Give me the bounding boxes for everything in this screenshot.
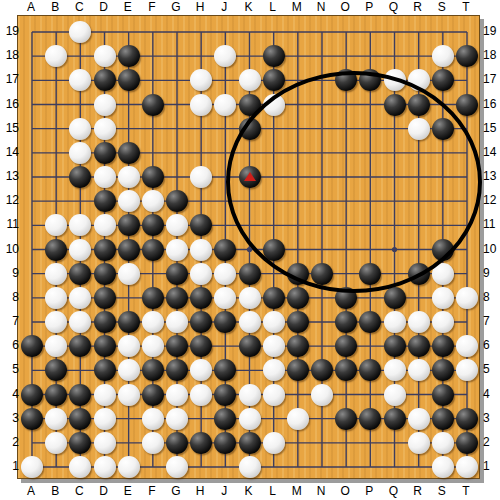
stone-black-E14[interactable]: [118, 142, 140, 164]
stone-black-E17[interactable]: [118, 69, 140, 91]
col-label-bottom-C: C: [67, 484, 91, 498]
col-label-bottom-K: K: [237, 484, 261, 498]
stone-black-J2[interactable]: [214, 432, 236, 454]
stone-white-S18[interactable]: [432, 45, 454, 67]
stone-black-F13[interactable]: [142, 166, 164, 188]
stone-black-F8[interactable]: [142, 287, 164, 309]
stone-black-J4[interactable]: [214, 384, 236, 406]
stone-black-D9[interactable]: [94, 263, 116, 285]
row-label-left-17: 17: [1, 72, 19, 86]
stone-black-T18[interactable]: [456, 45, 478, 67]
col-label-bottom-B: B: [43, 484, 67, 498]
stone-white-J8[interactable]: [214, 287, 236, 309]
stone-black-H2[interactable]: [190, 432, 212, 454]
stone-white-J16[interactable]: [214, 94, 236, 116]
row-label-left-18: 18: [1, 48, 19, 62]
last-move-triangle-marker-K13: [244, 172, 256, 181]
row-label-left-5: 5: [1, 362, 19, 376]
stone-white-S8[interactable]: [432, 287, 454, 309]
stone-black-Q3[interactable]: [384, 408, 406, 430]
stone-white-L16[interactable]: [263, 94, 285, 116]
stone-black-K2[interactable]: [239, 432, 261, 454]
stone-black-C2[interactable]: [69, 432, 91, 454]
stone-black-L18[interactable]: [263, 45, 285, 67]
stone-black-S3[interactable]: [432, 408, 454, 430]
stone-white-L2[interactable]: [263, 432, 285, 454]
col-label-top-T: T: [454, 0, 478, 14]
col-label-bottom-F: F: [140, 484, 164, 498]
row-label-right-4: 4: [483, 387, 500, 401]
stone-white-G1[interactable]: [166, 456, 188, 478]
stone-black-K16[interactable]: [239, 94, 261, 116]
stone-black-G6[interactable]: [166, 335, 188, 357]
stone-black-G12[interactable]: [166, 190, 188, 212]
col-label-bottom-J: J: [212, 484, 236, 498]
row-label-right-7: 7: [483, 314, 500, 328]
stone-black-O8[interactable]: [335, 287, 357, 309]
stone-white-G4[interactable]: [166, 384, 188, 406]
stone-white-T1[interactable]: [456, 456, 478, 478]
stone-black-O3[interactable]: [335, 408, 357, 430]
stone-white-C10[interactable]: [69, 239, 91, 261]
stone-white-D18[interactable]: [94, 45, 116, 67]
stone-black-N9[interactable]: [311, 263, 333, 285]
stone-black-F11[interactable]: [142, 214, 164, 236]
stone-white-Q5[interactable]: [384, 359, 406, 381]
stone-black-F16[interactable]: [142, 94, 164, 116]
stone-white-K1[interactable]: [239, 456, 261, 478]
col-label-bottom-Q: Q: [382, 484, 406, 498]
stone-black-S5[interactable]: [432, 359, 454, 381]
col-label-top-R: R: [406, 0, 430, 14]
stone-black-D8[interactable]: [94, 287, 116, 309]
go-board[interactable]: [17, 15, 480, 479]
stone-black-M5[interactable]: [287, 359, 309, 381]
star-point-K10: [247, 247, 252, 252]
stone-white-R2[interactable]: [408, 432, 430, 454]
stone-black-D7[interactable]: [94, 311, 116, 333]
row-label-right-12: 12: [483, 193, 500, 207]
stone-black-L10[interactable]: [263, 239, 285, 261]
stone-white-H13[interactable]: [190, 166, 212, 188]
stone-black-M8[interactable]: [287, 287, 309, 309]
row-label-left-7: 7: [1, 314, 19, 328]
stone-white-D11[interactable]: [94, 214, 116, 236]
col-label-top-G: G: [164, 0, 188, 14]
stone-black-M6[interactable]: [287, 335, 309, 357]
stone-white-F7[interactable]: [142, 311, 164, 333]
stone-white-R5[interactable]: [408, 359, 430, 381]
row-label-right-14: 14: [483, 145, 500, 159]
stone-white-F12[interactable]: [142, 190, 164, 212]
stone-white-F3[interactable]: [142, 408, 164, 430]
row-label-right-8: 8: [483, 290, 500, 304]
stone-black-L17[interactable]: [263, 69, 285, 91]
go-app-screen: AA1919BB1818CC1717DD1616EE1515FF1414GG13…: [0, 0, 500, 500]
stone-white-D3[interactable]: [94, 408, 116, 430]
stone-white-B2[interactable]: [45, 432, 67, 454]
stone-white-B3[interactable]: [45, 408, 67, 430]
col-label-bottom-P: P: [357, 484, 381, 498]
stone-black-T16[interactable]: [456, 94, 478, 116]
row-label-right-18: 18: [483, 48, 500, 62]
stone-black-D6[interactable]: [94, 335, 116, 357]
col-label-bottom-D: D: [92, 484, 116, 498]
row-label-right-11: 11: [483, 217, 500, 231]
stone-white-Q4[interactable]: [384, 384, 406, 406]
stone-white-F6[interactable]: [142, 335, 164, 357]
stone-black-G2[interactable]: [166, 432, 188, 454]
stone-white-B9[interactable]: [45, 263, 67, 285]
stone-black-F4[interactable]: [142, 384, 164, 406]
col-label-top-P: P: [357, 0, 381, 14]
stone-white-S7[interactable]: [432, 311, 454, 333]
col-label-bottom-M: M: [285, 484, 309, 498]
stone-white-A1[interactable]: [21, 456, 43, 478]
stone-black-G8[interactable]: [166, 287, 188, 309]
stone-white-E5[interactable]: [118, 359, 140, 381]
stone-black-C3[interactable]: [69, 408, 91, 430]
stone-white-T8[interactable]: [456, 287, 478, 309]
row-label-left-16: 16: [1, 97, 19, 111]
row-label-right-17: 17: [483, 72, 500, 86]
row-label-left-8: 8: [1, 290, 19, 304]
col-label-top-J: J: [212, 0, 236, 14]
stone-black-Q8[interactable]: [384, 287, 406, 309]
stone-black-E7[interactable]: [118, 311, 140, 333]
stone-white-E12[interactable]: [118, 190, 140, 212]
stone-white-H16[interactable]: [190, 94, 212, 116]
stone-black-K9[interactable]: [239, 263, 261, 285]
stone-black-P9[interactable]: [359, 263, 381, 285]
stone-black-S6[interactable]: [432, 335, 454, 357]
stone-white-Q17[interactable]: [384, 69, 406, 91]
row-label-left-15: 15: [1, 121, 19, 135]
col-label-top-C: C: [67, 0, 91, 14]
col-label-top-N: N: [309, 0, 333, 14]
stone-black-S10[interactable]: [432, 239, 454, 261]
row-label-right-5: 5: [483, 362, 500, 376]
row-label-left-3: 3: [1, 411, 19, 425]
stone-white-B7[interactable]: [45, 311, 67, 333]
stone-white-E1[interactable]: [118, 456, 140, 478]
stone-black-S17[interactable]: [432, 69, 454, 91]
stone-white-T6[interactable]: [456, 335, 478, 357]
row-label-right-16: 16: [483, 97, 500, 111]
row-label-left-13: 13: [1, 169, 19, 183]
stone-black-B10[interactable]: [45, 239, 67, 261]
stone-white-D4[interactable]: [94, 384, 116, 406]
col-label-bottom-A: A: [19, 484, 43, 498]
stone-black-M9[interactable]: [287, 263, 309, 285]
row-label-left-19: 19: [1, 24, 19, 38]
stone-white-H4[interactable]: [190, 384, 212, 406]
col-label-bottom-E: E: [116, 484, 140, 498]
stone-black-E18[interactable]: [118, 45, 140, 67]
stone-black-F5[interactable]: [142, 359, 164, 381]
row-label-right-2: 2: [483, 435, 500, 449]
stone-white-J9[interactable]: [214, 263, 236, 285]
stone-white-L4[interactable]: [263, 384, 285, 406]
stone-white-D2[interactable]: [94, 432, 116, 454]
stone-black-D5[interactable]: [94, 359, 116, 381]
stone-black-Q16[interactable]: [384, 94, 406, 116]
stone-black-A6[interactable]: [21, 335, 43, 357]
stone-black-K6[interactable]: [239, 335, 261, 357]
col-label-top-O: O: [333, 0, 357, 14]
col-label-bottom-O: O: [333, 484, 357, 498]
stone-black-R6[interactable]: [408, 335, 430, 357]
stone-black-A3[interactable]: [21, 408, 43, 430]
row-label-right-13: 13: [483, 169, 500, 183]
stone-black-F10[interactable]: [142, 239, 164, 261]
stone-white-S1[interactable]: [432, 456, 454, 478]
stone-white-M3[interactable]: [287, 408, 309, 430]
col-label-top-B: B: [43, 0, 67, 14]
stone-black-D14[interactable]: [94, 142, 116, 164]
stone-white-N4[interactable]: [311, 384, 333, 406]
stone-white-H10[interactable]: [190, 239, 212, 261]
stone-black-D17[interactable]: [94, 69, 116, 91]
stone-black-H7[interactable]: [190, 311, 212, 333]
row-label-right-6: 6: [483, 338, 500, 352]
col-label-top-M: M: [285, 0, 309, 14]
stone-white-C14[interactable]: [69, 142, 91, 164]
stone-white-S9[interactable]: [432, 263, 454, 285]
stone-black-H8[interactable]: [190, 287, 212, 309]
col-label-top-S: S: [430, 0, 454, 14]
row-label-right-1: 1: [483, 459, 500, 473]
row-label-left-12: 12: [1, 193, 19, 207]
stone-white-E13[interactable]: [118, 166, 140, 188]
col-label-top-H: H: [188, 0, 212, 14]
row-label-left-6: 6: [1, 338, 19, 352]
stone-black-C9[interactable]: [69, 263, 91, 285]
stone-white-K8[interactable]: [239, 287, 261, 309]
stone-white-D13[interactable]: [94, 166, 116, 188]
stone-white-R17[interactable]: [408, 69, 430, 91]
col-label-bottom-S: S: [430, 484, 454, 498]
row-label-right-3: 3: [483, 411, 500, 425]
stone-white-K17[interactable]: [239, 69, 261, 91]
row-label-left-4: 4: [1, 387, 19, 401]
stone-black-E10[interactable]: [118, 239, 140, 261]
stone-white-E9[interactable]: [118, 263, 140, 285]
row-label-right-19: 19: [483, 24, 500, 38]
stone-white-G7[interactable]: [166, 311, 188, 333]
row-label-left-11: 11: [1, 217, 19, 231]
stone-black-P3[interactable]: [359, 408, 381, 430]
stone-black-S4[interactable]: [432, 384, 454, 406]
stone-white-E4[interactable]: [118, 384, 140, 406]
star-point-Q10: [392, 247, 397, 252]
stone-white-Q7[interactable]: [384, 311, 406, 333]
col-label-bottom-N: N: [309, 484, 333, 498]
stone-white-L6[interactable]: [263, 335, 285, 357]
stone-black-B4[interactable]: [45, 384, 67, 406]
stone-white-D1[interactable]: [94, 456, 116, 478]
stone-white-B8[interactable]: [45, 287, 67, 309]
row-label-right-15: 15: [483, 121, 500, 135]
stone-black-R9[interactable]: [408, 263, 430, 285]
stone-white-C15[interactable]: [69, 118, 91, 140]
stone-black-T2[interactable]: [456, 432, 478, 454]
stone-black-T3[interactable]: [456, 408, 478, 430]
stone-black-C4[interactable]: [69, 384, 91, 406]
stone-white-G10[interactable]: [166, 239, 188, 261]
stone-white-K7[interactable]: [239, 311, 261, 333]
row-label-left-9: 9: [1, 266, 19, 280]
stone-white-L5[interactable]: [263, 359, 285, 381]
row-label-left-2: 2: [1, 435, 19, 449]
row-label-right-10: 10: [483, 242, 500, 256]
stone-black-G9[interactable]: [166, 263, 188, 285]
stone-white-H9[interactable]: [190, 263, 212, 285]
col-label-top-Q: Q: [382, 0, 406, 14]
col-label-top-D: D: [92, 0, 116, 14]
stone-black-S15[interactable]: [432, 118, 454, 140]
stone-white-L7[interactable]: [263, 311, 285, 333]
stone-black-Q6[interactable]: [384, 335, 406, 357]
col-label-top-E: E: [116, 0, 140, 14]
col-label-bottom-H: H: [188, 484, 212, 498]
stone-white-D15[interactable]: [94, 118, 116, 140]
stone-white-G3[interactable]: [166, 408, 188, 430]
col-label-bottom-G: G: [164, 484, 188, 498]
col-label-top-K: K: [237, 0, 261, 14]
stone-white-R3[interactable]: [408, 408, 430, 430]
col-label-bottom-L: L: [261, 484, 285, 498]
row-label-left-14: 14: [1, 145, 19, 159]
stone-black-L8[interactable]: [263, 287, 285, 309]
stone-white-E6[interactable]: [118, 335, 140, 357]
col-label-bottom-T: T: [454, 484, 478, 498]
stone-white-R7[interactable]: [408, 311, 430, 333]
stone-black-J10[interactable]: [214, 239, 236, 261]
stone-white-D16[interactable]: [94, 94, 116, 116]
row-label-right-9: 9: [483, 266, 500, 280]
stone-black-D10[interactable]: [94, 239, 116, 261]
stone-black-E11[interactable]: [118, 214, 140, 236]
stone-white-K4[interactable]: [239, 384, 261, 406]
stone-black-J3[interactable]: [214, 408, 236, 430]
row-label-left-10: 10: [1, 242, 19, 256]
col-label-top-F: F: [140, 0, 164, 14]
col-label-bottom-R: R: [406, 484, 430, 498]
stone-white-R15[interactable]: [408, 118, 430, 140]
stone-black-D12[interactable]: [94, 190, 116, 212]
col-label-top-L: L: [261, 0, 285, 14]
row-label-left-1: 1: [1, 459, 19, 473]
stone-white-F2[interactable]: [142, 432, 164, 454]
stone-black-M7[interactable]: [287, 311, 309, 333]
stone-black-A4[interactable]: [21, 384, 43, 406]
stone-white-K3[interactable]: [239, 408, 261, 430]
stone-white-S2[interactable]: [432, 432, 454, 454]
stone-black-O7[interactable]: [335, 311, 357, 333]
stone-white-C8[interactable]: [69, 287, 91, 309]
stone-black-R16[interactable]: [408, 94, 430, 116]
stone-black-K15[interactable]: [239, 118, 261, 140]
col-label-top-A: A: [19, 0, 43, 14]
